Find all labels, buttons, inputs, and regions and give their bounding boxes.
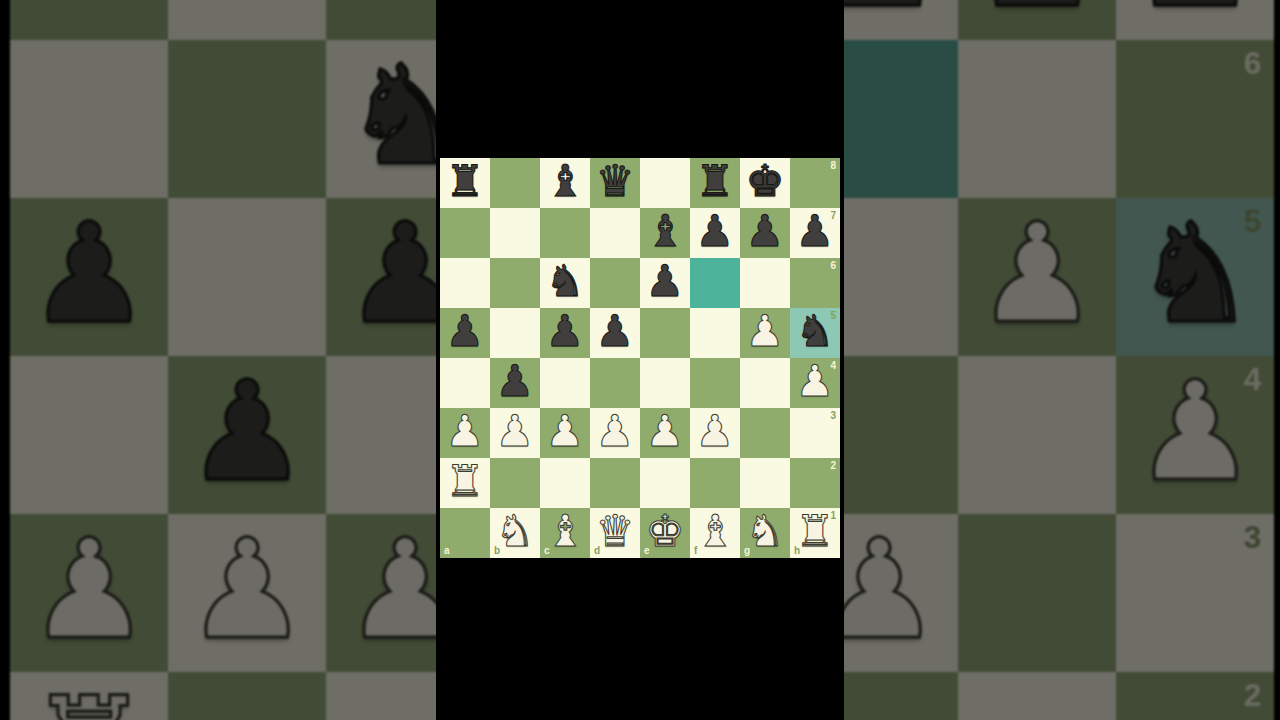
black-pawn[interactable]: ♟	[796, 210, 835, 254]
file-label-f: f	[694, 546, 697, 556]
square-a6	[10, 40, 168, 198]
square-b3[interactable]: ♟	[490, 408, 540, 458]
black-pawn: ♟	[27, 205, 150, 342]
white-pawn: ♟	[975, 205, 1098, 342]
white-pawn[interactable]: ♟	[596, 410, 635, 454]
square-a7	[10, 0, 168, 40]
square-d7[interactable]	[590, 208, 640, 258]
white-pawn[interactable]: ♟	[696, 410, 735, 454]
square-a7[interactable]	[440, 208, 490, 258]
square-e5[interactable]	[640, 308, 690, 358]
white-pawn[interactable]: ♟	[796, 360, 835, 404]
square-d1[interactable]: ♛d	[590, 508, 640, 558]
black-pawn: ♟	[185, 363, 308, 500]
square-f1[interactable]: ♝f	[690, 508, 740, 558]
square-g6	[958, 40, 1116, 198]
square-b6[interactable]	[490, 258, 540, 308]
white-rook: ♜	[27, 679, 150, 720]
square-g7: ♟	[958, 0, 1116, 40]
square-d8[interactable]: ♛	[590, 158, 640, 208]
square-a5[interactable]: ♟	[440, 308, 490, 358]
square-c2[interactable]	[540, 458, 590, 508]
white-knight[interactable]: ♞	[496, 510, 535, 554]
square-h8[interactable]: 8	[790, 158, 840, 208]
square-e7[interactable]: ♝	[640, 208, 690, 258]
square-h6: 6	[1116, 40, 1274, 198]
black-pawn: ♟	[975, 0, 1098, 27]
square-a1[interactable]: a	[440, 508, 490, 558]
rank-label-2: 2	[830, 461, 836, 471]
square-f4[interactable]	[690, 358, 740, 408]
square-g3	[958, 514, 1116, 672]
square-e8[interactable]	[640, 158, 690, 208]
black-pawn[interactable]: ♟	[596, 310, 635, 354]
square-d6[interactable]	[590, 258, 640, 308]
square-e6[interactable]: ♟	[640, 258, 690, 308]
square-g7[interactable]: ♟	[740, 208, 790, 258]
square-c7[interactable]	[540, 208, 590, 258]
square-b2	[168, 672, 326, 720]
file-label-b: b	[494, 546, 500, 556]
square-h4[interactable]: ♟4	[790, 358, 840, 408]
video-column: ♜♝♛♜♚8♝♟♟♟7♞♟6♟♟♟♟♞5♟♟4♟♟♟♟♟♟3♜2a♞b♝c♛d♚…	[436, 0, 844, 720]
square-e1[interactable]: ♚e	[640, 508, 690, 558]
square-a2: ♜	[10, 672, 168, 720]
black-knight[interactable]: ♞	[796, 310, 835, 354]
square-e4[interactable]	[640, 358, 690, 408]
white-pawn: ♟	[27, 521, 150, 658]
square-a2[interactable]: ♜	[440, 458, 490, 508]
square-d4[interactable]	[590, 358, 640, 408]
square-h7: ♟7	[1116, 0, 1274, 40]
square-e2[interactable]	[640, 458, 690, 508]
square-a5: ♟	[10, 198, 168, 356]
black-pawn[interactable]: ♟	[696, 210, 735, 254]
square-f3[interactable]: ♟	[690, 408, 740, 458]
square-f7[interactable]: ♟	[690, 208, 740, 258]
square-h7[interactable]: ♟7	[790, 208, 840, 258]
white-queen[interactable]: ♛	[596, 510, 635, 554]
rank-label-3: 3	[1244, 522, 1262, 554]
chess-board: ♜♝♛♜♚8♝♟♟♟7♞♟6♟♟♟♟♞5♟♟4♟♟♟♟♟♟3♜2a♞b♝c♛d♚…	[440, 158, 840, 558]
black-pawn[interactable]: ♟	[646, 260, 685, 304]
file-label-g: g	[744, 546, 750, 556]
white-pawn[interactable]: ♟	[446, 410, 485, 454]
file-label-a: a	[444, 546, 450, 556]
square-c1[interactable]: ♝c	[540, 508, 590, 558]
rank-label-5: 5	[830, 311, 836, 321]
square-g1[interactable]: ♞g	[740, 508, 790, 558]
rank-label-8: 8	[830, 161, 836, 171]
rank-label-2: 2	[1244, 680, 1262, 712]
square-h4: ♟4	[1116, 356, 1274, 514]
square-e3[interactable]: ♟	[640, 408, 690, 458]
white-rook[interactable]: ♜	[446, 460, 485, 504]
square-h3: 3	[1116, 514, 1274, 672]
file-label-d: d	[594, 546, 600, 556]
square-g3[interactable]	[740, 408, 790, 458]
rank-label-6: 6	[1244, 48, 1262, 80]
rank-label-4: 4	[1244, 364, 1262, 396]
white-bishop[interactable]: ♝	[546, 510, 585, 554]
square-b4: ♟	[168, 356, 326, 514]
rank-label-4: 4	[830, 361, 836, 371]
black-bishop[interactable]: ♝	[646, 210, 685, 254]
square-c8[interactable]: ♝	[540, 158, 590, 208]
square-b2[interactable]	[490, 458, 540, 508]
white-pawn[interactable]: ♟	[746, 310, 785, 354]
black-pawn[interactable]: ♟	[496, 360, 535, 404]
square-b5	[168, 198, 326, 356]
rank-label-7: 7	[830, 211, 836, 221]
square-b7[interactable]	[490, 208, 540, 258]
square-g6[interactable]	[740, 258, 790, 308]
square-f8[interactable]: ♜	[690, 158, 740, 208]
square-h5[interactable]: ♞5	[790, 308, 840, 358]
file-label-e: e	[644, 546, 650, 556]
black-pawn[interactable]: ♟	[746, 210, 785, 254]
square-d2[interactable]	[590, 458, 640, 508]
square-d3[interactable]: ♟	[590, 408, 640, 458]
square-a4[interactable]	[440, 358, 490, 408]
black-knight[interactable]: ♞	[546, 260, 585, 304]
square-b8[interactable]	[490, 158, 540, 208]
white-pawn[interactable]: ♟	[646, 410, 685, 454]
square-b3: ♟	[168, 514, 326, 672]
square-h3[interactable]: 3	[790, 408, 840, 458]
square-h6[interactable]: 6	[790, 258, 840, 308]
rank-label-5: 5	[1244, 206, 1262, 238]
white-bishop[interactable]: ♝	[696, 510, 735, 554]
square-h2: 2	[1116, 672, 1274, 720]
square-g4	[958, 356, 1116, 514]
square-g5: ♟	[958, 198, 1116, 356]
square-b5[interactable]	[490, 308, 540, 358]
square-g4[interactable]	[740, 358, 790, 408]
white-pawn[interactable]: ♟	[496, 410, 535, 454]
white-king[interactable]: ♚	[646, 510, 685, 554]
square-a6[interactable]	[440, 258, 490, 308]
square-a4	[10, 356, 168, 514]
square-b7	[168, 0, 326, 40]
black-queen[interactable]: ♛	[596, 160, 635, 204]
black-king[interactable]: ♚	[746, 160, 785, 204]
square-f2[interactable]	[690, 458, 740, 508]
square-d5[interactable]: ♟	[590, 308, 640, 358]
white-knight[interactable]: ♞	[746, 510, 785, 554]
square-g2	[958, 672, 1116, 720]
square-h1[interactable]: ♜1h	[790, 508, 840, 558]
file-label-c: c	[544, 546, 550, 556]
square-c4[interactable]	[540, 358, 590, 408]
black-rook[interactable]: ♜	[446, 160, 485, 204]
white-rook[interactable]: ♜	[796, 510, 835, 554]
file-label-h: h	[794, 546, 800, 556]
black-pawn[interactable]: ♟	[546, 310, 585, 354]
black-rook[interactable]: ♜	[696, 160, 735, 204]
white-pawn: ♟	[1133, 363, 1256, 500]
square-g8[interactable]: ♚	[740, 158, 790, 208]
square-c3[interactable]: ♟	[540, 408, 590, 458]
square-a3: ♟	[10, 514, 168, 672]
white-pawn[interactable]: ♟	[546, 410, 585, 454]
youtube-short-frame: ♜♝♛♜♚8♝♟♟♟7♞♟6♟♟♟♟♞5♟♟4♟♟♟♟♟♟3♜2a♞b♝c♛d♚…	[0, 0, 1280, 720]
square-h5: ♞5	[1116, 198, 1274, 356]
square-b4[interactable]: ♟	[490, 358, 540, 408]
white-pawn: ♟	[185, 521, 308, 658]
black-pawn[interactable]: ♟	[446, 310, 485, 354]
square-g2[interactable]	[740, 458, 790, 508]
square-b6	[168, 40, 326, 198]
rank-label-1: 1	[830, 511, 836, 521]
rank-label-6: 6	[830, 261, 836, 271]
black-bishop[interactable]: ♝	[546, 160, 585, 204]
square-g5[interactable]: ♟	[740, 308, 790, 358]
square-b1[interactable]: ♞b	[490, 508, 540, 558]
black-knight: ♞	[1133, 205, 1256, 342]
square-c6[interactable]: ♞	[540, 258, 590, 308]
square-f6[interactable]	[690, 258, 740, 308]
black-pawn: ♟	[1133, 0, 1256, 27]
square-a8[interactable]: ♜	[440, 158, 490, 208]
square-a3[interactable]: ♟	[440, 408, 490, 458]
square-c5[interactable]: ♟	[540, 308, 590, 358]
square-f5[interactable]	[690, 308, 740, 358]
square-h2[interactable]: 2	[790, 458, 840, 508]
rank-label-3: 3	[830, 411, 836, 421]
